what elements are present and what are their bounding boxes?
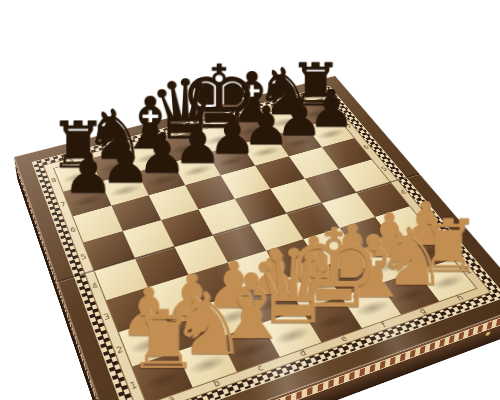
coordinate-label: b [193, 372, 242, 397]
chess-set-photo: aabbccddeeffgghh8877665544332211 ♜♞♝♛♚♝♞… [0, 0, 500, 400]
brass-pin [485, 331, 490, 336]
coordinate-label: 4 [84, 270, 106, 303]
piece-glyph: ♜ [127, 303, 200, 380]
coordinate-label: 5 [73, 242, 94, 273]
coordinate-label: 3 [96, 300, 119, 335]
coordinate-label: a [147, 387, 197, 400]
square-b5 [123, 220, 175, 258]
chess-board: aabbccddeeffgghh8877665544332211 ♜♞♝♛♚♝♞… [14, 76, 500, 400]
square-a5 [83, 231, 135, 270]
